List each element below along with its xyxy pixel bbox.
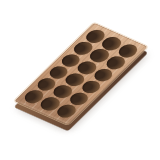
photo-stage [0, 0, 160, 160]
